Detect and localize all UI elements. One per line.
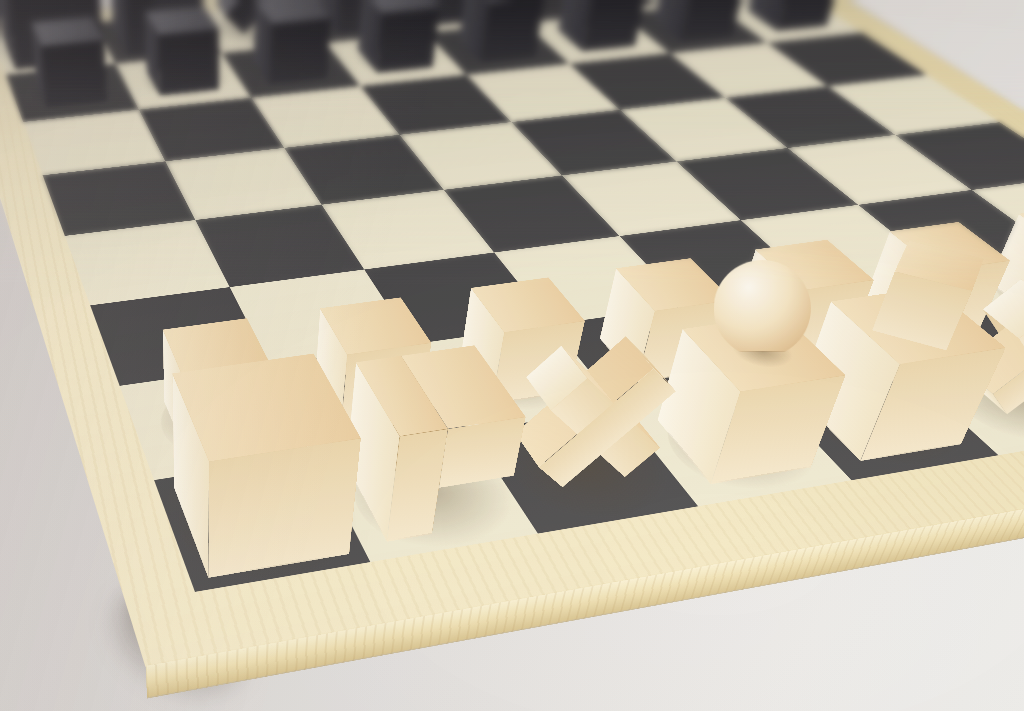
box-front-face — [481, 0, 545, 62]
photo-scene — [0, 0, 1024, 711]
box-front-face — [158, 29, 219, 96]
box-front-face — [41, 40, 106, 108]
white-rook-a1 — [154, 455, 370, 592]
box-front-face — [377, 7, 439, 72]
queen-sphere — [713, 260, 810, 357]
box-front-face — [270, 18, 331, 84]
chess-board — [0, 0, 1024, 592]
